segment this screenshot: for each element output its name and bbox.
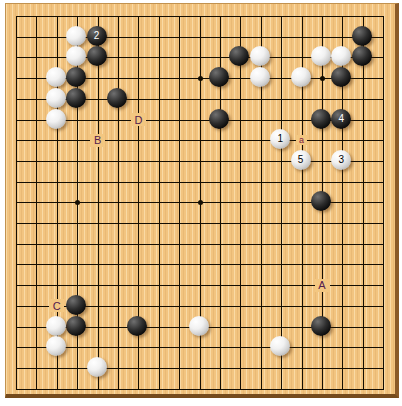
white-stone[interactable] [291,67,311,87]
black-stone[interactable] [127,316,147,336]
point-label-A[interactable]: A [315,279,330,292]
black-stone[interactable] [66,88,86,108]
grid-line-horizontal [16,347,384,348]
white-stone[interactable] [87,357,107,377]
black-stone[interactable] [352,46,372,66]
grid-line-horizontal [16,368,384,369]
stone-move-number: 3 [331,150,351,170]
black-stone[interactable] [66,67,86,87]
star-point [198,200,203,205]
white-stone[interactable] [46,336,66,356]
star-point [198,76,203,81]
grid-line-horizontal [16,264,384,265]
stone-move-number: 2 [87,26,107,46]
white-stone[interactable] [250,67,270,87]
star-point [75,200,80,205]
stone-move-number: 1 [270,129,290,149]
grid-line-vertical [383,16,384,390]
grid-line-vertical [363,16,364,390]
black-stone[interactable] [66,316,86,336]
point-label-D[interactable]: D [131,113,146,126]
page-background: ABCDa24153 [0,0,402,406]
grid-line-horizontal [16,244,384,245]
white-stone[interactable] [46,316,66,336]
black-stone[interactable] [311,316,331,336]
white-stone[interactable] [250,46,270,66]
white-stone[interactable] [66,46,86,66]
go-board[interactable]: ABCDa24153 [5,3,399,398]
black-stone[interactable] [311,191,331,211]
black-stone[interactable] [107,88,127,108]
grid-line-horizontal [16,389,384,390]
stone-move-number: 5 [291,150,311,170]
black-stone[interactable] [66,295,86,315]
white-stone[interactable] [311,46,331,66]
black-stone[interactable] [87,46,107,66]
white-stone[interactable] [270,336,290,356]
white-stone[interactable]: 5 [291,150,311,170]
white-stone[interactable] [46,109,66,129]
white-stone[interactable] [46,88,66,108]
point-label-B[interactable]: B [90,134,105,147]
black-stone[interactable] [209,67,229,87]
white-stone[interactable] [46,67,66,87]
stone-move-number: 4 [331,109,351,129]
black-stone[interactable] [209,109,229,129]
star-point [320,76,325,81]
black-stone[interactable]: 4 [331,109,351,129]
white-stone[interactable] [331,46,351,66]
grid-line-vertical [281,16,282,390]
black-stone[interactable]: 2 [87,26,107,46]
grid-line-horizontal [16,223,384,224]
grid-line-vertical [240,16,241,390]
white-stone[interactable]: 3 [331,150,351,170]
black-stone[interactable] [229,46,249,66]
black-stone[interactable] [352,26,372,46]
white-stone[interactable] [66,26,86,46]
point-label-a[interactable]: a [296,135,307,145]
black-stone[interactable] [331,67,351,87]
white-stone[interactable]: 1 [270,129,290,149]
black-stone[interactable] [311,109,331,129]
white-stone[interactable] [189,316,209,336]
point-label-C[interactable]: C [49,299,64,312]
